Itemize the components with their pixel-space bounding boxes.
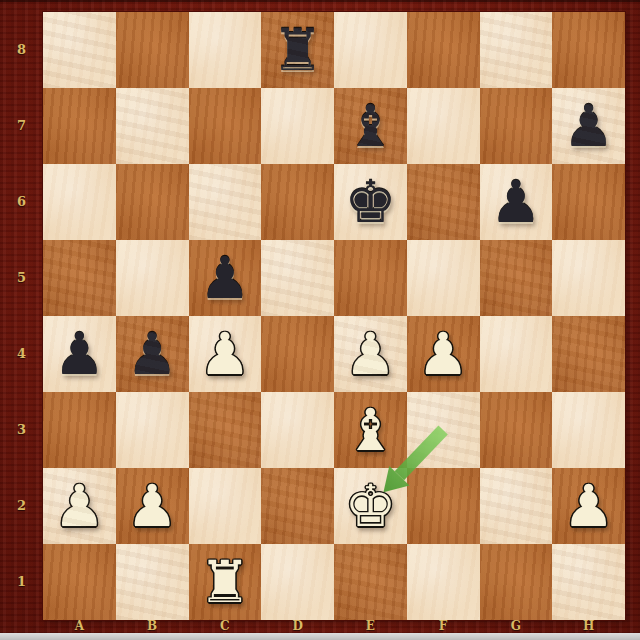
- square-e3[interactable]: ♝: [334, 392, 407, 468]
- rank-label-6: 6: [0, 194, 43, 210]
- piece-black-pawn-c5[interactable]: ♟: [199, 249, 251, 307]
- piece-white-king-e2[interactable]: ♚: [344, 477, 396, 535]
- square-a5[interactable]: [43, 240, 116, 316]
- square-c7[interactable]: [189, 88, 262, 164]
- square-a7[interactable]: [43, 88, 116, 164]
- file-label-g: G: [504, 619, 528, 634]
- rank-label-8: 8: [0, 42, 43, 58]
- square-f1[interactable]: [407, 544, 480, 620]
- square-e4[interactable]: ♟: [334, 316, 407, 392]
- square-g4[interactable]: [480, 316, 553, 392]
- piece-white-pawn-e4[interactable]: ♟: [344, 325, 396, 383]
- piece-black-pawn-g6[interactable]: ♟: [490, 173, 542, 231]
- square-a6[interactable]: [43, 164, 116, 240]
- square-h7[interactable]: ♟: [552, 88, 625, 164]
- square-e1[interactable]: [334, 544, 407, 620]
- square-d2[interactable]: [261, 468, 334, 544]
- rank-label-2: 2: [0, 498, 43, 514]
- square-d8[interactable]: ♜: [261, 12, 334, 88]
- rank-label-3: 3: [0, 422, 43, 438]
- square-h5[interactable]: [552, 240, 625, 316]
- chess-board: ♜♝♟♚♟♟♟♟♟♟♟♝♟♟♚♟♜: [43, 12, 625, 620]
- square-d3[interactable]: [261, 392, 334, 468]
- square-g6[interactable]: ♟: [480, 164, 553, 240]
- square-f6[interactable]: [407, 164, 480, 240]
- rank-label-1: 1: [0, 574, 43, 590]
- square-c5[interactable]: ♟: [189, 240, 262, 316]
- square-b7[interactable]: [116, 88, 189, 164]
- square-b1[interactable]: [116, 544, 189, 620]
- square-b3[interactable]: [116, 392, 189, 468]
- square-e6[interactable]: ♚: [334, 164, 407, 240]
- bottom-strip: [0, 633, 640, 640]
- square-g2[interactable]: [480, 468, 553, 544]
- piece-white-pawn-b2[interactable]: ♟: [126, 477, 178, 535]
- square-c1[interactable]: ♜: [189, 544, 262, 620]
- piece-white-bishop-e3[interactable]: ♝: [344, 401, 396, 459]
- square-e5[interactable]: [334, 240, 407, 316]
- piece-white-pawn-c4[interactable]: ♟: [199, 325, 251, 383]
- square-g7[interactable]: [480, 88, 553, 164]
- square-h4[interactable]: [552, 316, 625, 392]
- file-label-e: E: [358, 619, 382, 634]
- square-c6[interactable]: [189, 164, 262, 240]
- piece-white-pawn-h2[interactable]: ♟: [563, 477, 615, 535]
- board-frame: ♜♝♟♚♟♟♟♟♟♟♟♝♟♟♚♟♜ 87654321ABCDEFGH: [0, 0, 640, 640]
- square-b8[interactable]: [116, 12, 189, 88]
- square-f8[interactable]: [407, 12, 480, 88]
- file-label-a: A: [67, 619, 91, 634]
- file-label-h: H: [577, 619, 601, 634]
- piece-black-pawn-b4[interactable]: ♟: [126, 325, 178, 383]
- square-f4[interactable]: ♟: [407, 316, 480, 392]
- piece-black-rook-d8[interactable]: ♜: [272, 21, 324, 79]
- rank-label-5: 5: [0, 270, 43, 286]
- square-a1[interactable]: [43, 544, 116, 620]
- file-label-b: B: [140, 619, 164, 634]
- piece-white-pawn-f4[interactable]: ♟: [417, 325, 469, 383]
- rank-label-4: 4: [0, 346, 43, 362]
- square-f5[interactable]: [407, 240, 480, 316]
- square-e7[interactable]: ♝: [334, 88, 407, 164]
- square-c2[interactable]: [189, 468, 262, 544]
- piece-black-pawn-h7[interactable]: ♟: [563, 97, 615, 155]
- rank-label-7: 7: [0, 118, 43, 134]
- square-e8[interactable]: [334, 12, 407, 88]
- square-c4[interactable]: ♟: [189, 316, 262, 392]
- square-a8[interactable]: [43, 12, 116, 88]
- piece-black-pawn-a4[interactable]: ♟: [53, 325, 105, 383]
- square-g3[interactable]: [480, 392, 553, 468]
- square-d5[interactable]: [261, 240, 334, 316]
- square-d4[interactable]: [261, 316, 334, 392]
- square-c3[interactable]: [189, 392, 262, 468]
- square-a4[interactable]: ♟: [43, 316, 116, 392]
- file-label-f: F: [431, 619, 455, 634]
- piece-black-king-e6[interactable]: ♚: [344, 173, 396, 231]
- square-c8[interactable]: [189, 12, 262, 88]
- square-b4[interactable]: ♟: [116, 316, 189, 392]
- square-b5[interactable]: [116, 240, 189, 316]
- square-g1[interactable]: [480, 544, 553, 620]
- square-b6[interactable]: [116, 164, 189, 240]
- square-h6[interactable]: [552, 164, 625, 240]
- square-f3[interactable]: [407, 392, 480, 468]
- square-d6[interactable]: [261, 164, 334, 240]
- square-f2[interactable]: [407, 468, 480, 544]
- piece-white-rook-c1[interactable]: ♜: [199, 553, 251, 611]
- square-g5[interactable]: [480, 240, 553, 316]
- square-g8[interactable]: [480, 12, 553, 88]
- file-label-c: C: [213, 619, 237, 634]
- file-label-d: D: [286, 619, 310, 634]
- square-b2[interactable]: ♟: [116, 468, 189, 544]
- square-a3[interactable]: [43, 392, 116, 468]
- piece-white-pawn-a2[interactable]: ♟: [53, 477, 105, 535]
- square-h3[interactable]: [552, 392, 625, 468]
- square-h8[interactable]: [552, 12, 625, 88]
- piece-black-bishop-e7[interactable]: ♝: [344, 97, 396, 155]
- square-a2[interactable]: ♟: [43, 468, 116, 544]
- square-f7[interactable]: [407, 88, 480, 164]
- square-d1[interactable]: [261, 544, 334, 620]
- square-d7[interactable]: [261, 88, 334, 164]
- square-h1[interactable]: [552, 544, 625, 620]
- square-e2[interactable]: ♚: [334, 468, 407, 544]
- square-h2[interactable]: ♟: [552, 468, 625, 544]
